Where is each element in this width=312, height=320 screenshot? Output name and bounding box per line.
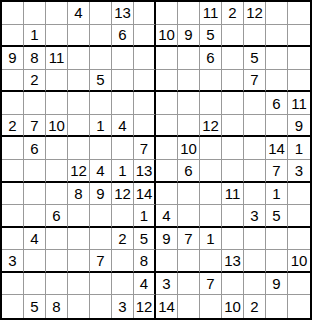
cell-r9c14[interactable] — [288, 183, 310, 206]
cell-r5c8[interactable] — [156, 92, 178, 115]
cell-r13c8[interactable]: 3 — [156, 273, 178, 296]
cell-r6c14[interactable]: 9 — [288, 115, 310, 138]
cell-r6c2[interactable]: 7 — [24, 115, 46, 138]
cell-r9c10[interactable] — [200, 183, 222, 206]
cell-r4c8[interactable] — [156, 70, 178, 93]
cell-r12c9[interactable] — [178, 250, 200, 273]
cell-r10c11[interactable] — [222, 205, 244, 228]
cell-r4c11[interactable] — [222, 70, 244, 93]
cell-r13c9[interactable] — [178, 273, 200, 296]
cell-r11c9[interactable]: 7 — [178, 228, 200, 251]
cell-r4c3[interactable] — [46, 70, 68, 93]
cell-r3c11[interactable] — [222, 47, 244, 70]
cell-r8c4[interactable]: 12 — [68, 160, 90, 183]
cell-r3c8[interactable] — [156, 47, 178, 70]
cell-r14c2[interactable]: 5 — [24, 295, 46, 318]
cell-r8c8[interactable] — [156, 160, 178, 183]
cell-r13c2[interactable] — [24, 273, 46, 296]
cell-r4c4[interactable] — [68, 70, 90, 93]
cell-r14c10[interactable] — [200, 295, 222, 318]
cell-r6c10[interactable]: 12 — [200, 115, 222, 138]
cell-r10c14[interactable] — [288, 205, 310, 228]
cell-r11c13[interactable] — [266, 228, 288, 251]
cell-r4c10[interactable] — [200, 70, 222, 93]
cell-r3c2[interactable]: 8 — [24, 47, 46, 70]
cell-r1c9[interactable] — [178, 2, 200, 25]
cell-r11c11[interactable] — [222, 228, 244, 251]
cell-r14c14[interactable] — [288, 295, 310, 318]
cell-r8c12[interactable] — [244, 160, 266, 183]
cell-r11c3[interactable] — [46, 228, 68, 251]
cell-r4c13[interactable] — [266, 70, 288, 93]
cell-r3c12[interactable]: 5 — [244, 47, 266, 70]
cell-r7c7[interactable]: 7 — [134, 137, 156, 160]
cell-r14c13[interactable] — [266, 295, 288, 318]
cell-r6c13[interactable] — [266, 115, 288, 138]
cell-r11c14[interactable] — [288, 228, 310, 251]
cell-r4c2[interactable]: 2 — [24, 70, 46, 93]
cell-r10c3[interactable]: 6 — [46, 205, 68, 228]
cell-r4c7[interactable] — [134, 70, 156, 93]
cell-r7c8[interactable] — [156, 137, 178, 160]
cell-r7c1[interactable] — [2, 137, 24, 160]
cell-r6c5[interactable]: 1 — [90, 115, 112, 138]
cell-r9c5[interactable]: 9 — [90, 183, 112, 206]
cell-r3c7[interactable] — [134, 47, 156, 70]
cell-r3c10[interactable]: 6 — [200, 47, 222, 70]
cell-r11c8[interactable]: 9 — [156, 228, 178, 251]
cell-r10c6[interactable] — [112, 205, 134, 228]
cell-r5c1[interactable] — [2, 92, 24, 115]
cell-r12c8[interactable] — [156, 250, 178, 273]
cell-r10c4[interactable] — [68, 205, 90, 228]
cell-r11c6[interactable]: 2 — [112, 228, 134, 251]
cell-r12c2[interactable] — [24, 250, 46, 273]
cell-r11c7[interactable]: 5 — [134, 228, 156, 251]
cell-r7c11[interactable] — [222, 137, 244, 160]
cell-r1c14[interactable] — [288, 2, 310, 25]
cell-r11c5[interactable] — [90, 228, 112, 251]
cell-r13c14[interactable] — [288, 273, 310, 296]
cell-r4c12[interactable]: 7 — [244, 70, 266, 93]
cell-r8c2[interactable] — [24, 160, 46, 183]
cell-r6c4[interactable] — [68, 115, 90, 138]
cell-r9c12[interactable] — [244, 183, 266, 206]
cell-r8c11[interactable] — [222, 160, 244, 183]
cell-r5c13[interactable]: 6 — [266, 92, 288, 115]
cell-r2c4[interactable] — [68, 25, 90, 48]
cell-r12c3[interactable] — [46, 250, 68, 273]
cell-r8c10[interactable] — [200, 160, 222, 183]
cell-r9c11[interactable]: 11 — [222, 183, 244, 206]
cell-r13c4[interactable] — [68, 273, 90, 296]
cell-r14c12[interactable]: 2 — [244, 295, 266, 318]
cell-r4c6[interactable] — [112, 70, 134, 93]
cell-r2c2[interactable]: 1 — [24, 25, 46, 48]
cell-r8c6[interactable]: 1 — [112, 160, 134, 183]
cell-r10c10[interactable] — [200, 205, 222, 228]
cell-r9c8[interactable] — [156, 183, 178, 206]
cell-r1c10[interactable]: 11 — [200, 2, 222, 25]
cell-r2c10[interactable]: 5 — [200, 25, 222, 48]
cell-r1c5[interactable] — [90, 2, 112, 25]
cell-r1c4[interactable]: 4 — [68, 2, 90, 25]
cell-r11c4[interactable] — [68, 228, 90, 251]
cell-r7c3[interactable] — [46, 137, 68, 160]
cell-r1c7[interactable] — [134, 2, 156, 25]
cell-r9c4[interactable]: 8 — [68, 183, 90, 206]
cell-r12c5[interactable]: 7 — [90, 250, 112, 273]
cell-r14c1[interactable] — [2, 295, 24, 318]
cell-r2c3[interactable] — [46, 25, 68, 48]
cell-r10c5[interactable] — [90, 205, 112, 228]
cell-r9c2[interactable] — [24, 183, 46, 206]
cell-r4c1[interactable] — [2, 70, 24, 93]
cell-r11c2[interactable]: 4 — [24, 228, 46, 251]
cell-r9c7[interactable]: 14 — [134, 183, 156, 206]
cell-r2c7[interactable] — [134, 25, 156, 48]
cell-r14c4[interactable] — [68, 295, 90, 318]
cell-r3c5[interactable] — [90, 47, 112, 70]
cell-r5c11[interactable] — [222, 92, 244, 115]
cell-r1c3[interactable] — [46, 2, 68, 25]
cell-r12c10[interactable] — [200, 250, 222, 273]
cell-r6c12[interactable] — [244, 115, 266, 138]
cell-r14c5[interactable] — [90, 295, 112, 318]
cell-r10c7[interactable]: 1 — [134, 205, 156, 228]
cell-r1c8[interactable] — [156, 2, 178, 25]
cell-r3c9[interactable] — [178, 47, 200, 70]
cell-r6c9[interactable] — [178, 115, 200, 138]
cell-r10c8[interactable]: 4 — [156, 205, 178, 228]
cell-r1c2[interactable] — [24, 2, 46, 25]
cell-r2c14[interactable] — [288, 25, 310, 48]
cell-r11c1[interactable] — [2, 228, 24, 251]
cell-r3c13[interactable] — [266, 47, 288, 70]
cell-r9c1[interactable] — [2, 183, 24, 206]
cell-r4c14[interactable] — [288, 70, 310, 93]
cell-r9c9[interactable] — [178, 183, 200, 206]
cell-r4c5[interactable]: 5 — [90, 70, 112, 93]
cell-r7c5[interactable] — [90, 137, 112, 160]
cell-r6c6[interactable]: 4 — [112, 115, 134, 138]
cell-r14c9[interactable] — [178, 295, 200, 318]
cell-r9c3[interactable] — [46, 183, 68, 206]
cell-r12c12[interactable] — [244, 250, 266, 273]
cell-r2c1[interactable] — [2, 25, 24, 48]
cell-r5c3[interactable] — [46, 92, 68, 115]
cell-r10c1[interactable] — [2, 205, 24, 228]
cell-r2c11[interactable] — [222, 25, 244, 48]
cell-r5c4[interactable] — [68, 92, 90, 115]
cell-r5c10[interactable] — [200, 92, 222, 115]
cell-r13c3[interactable] — [46, 273, 68, 296]
cell-r11c10[interactable]: 1 — [200, 228, 222, 251]
cell-r5c14[interactable]: 11 — [288, 92, 310, 115]
cell-r14c3[interactable]: 8 — [46, 295, 68, 318]
cell-r5c5[interactable] — [90, 92, 112, 115]
cell-r8c14[interactable]: 3 — [288, 160, 310, 183]
cell-r9c6[interactable]: 12 — [112, 183, 134, 206]
cell-r7c10[interactable] — [200, 137, 222, 160]
cell-r12c13[interactable] — [266, 250, 288, 273]
sudoku-board: 4131121216109598116525761127101412967101… — [0, 0, 312, 320]
cell-r12c4[interactable] — [68, 250, 90, 273]
cell-r5c12[interactable] — [244, 92, 266, 115]
cell-r7c6[interactable] — [112, 137, 134, 160]
cell-r3c6[interactable] — [112, 47, 134, 70]
cell-r13c12[interactable] — [244, 273, 266, 296]
cell-r3c3[interactable]: 11 — [46, 47, 68, 70]
cell-r1c11[interactable]: 2 — [222, 2, 244, 25]
cell-r14c8[interactable]: 14 — [156, 295, 178, 318]
cell-r2c12[interactable] — [244, 25, 266, 48]
cell-r2c6[interactable]: 6 — [112, 25, 134, 48]
cell-r7c13[interactable]: 14 — [266, 137, 288, 160]
cell-r1c1[interactable] — [2, 2, 24, 25]
cell-r10c12[interactable]: 3 — [244, 205, 266, 228]
cell-r3c14[interactable] — [288, 47, 310, 70]
cell-r4c9[interactable] — [178, 70, 200, 93]
cell-r5c6[interactable] — [112, 92, 134, 115]
cell-r10c2[interactable] — [24, 205, 46, 228]
cell-r14c6[interactable]: 3 — [112, 295, 134, 318]
cell-r3c1[interactable]: 9 — [2, 47, 24, 70]
cell-r2c13[interactable] — [266, 25, 288, 48]
cell-r6c7[interactable] — [134, 115, 156, 138]
cell-r13c11[interactable] — [222, 273, 244, 296]
cell-r7c4[interactable] — [68, 137, 90, 160]
cell-r6c8[interactable] — [156, 115, 178, 138]
cell-r14c7[interactable]: 12 — [134, 295, 156, 318]
cell-r13c7[interactable]: 4 — [134, 273, 156, 296]
cell-r7c9[interactable]: 10 — [178, 137, 200, 160]
cell-r5c2[interactable] — [24, 92, 46, 115]
cell-r6c3[interactable]: 10 — [46, 115, 68, 138]
cell-r2c5[interactable] — [90, 25, 112, 48]
cell-r12c14[interactable]: 10 — [288, 250, 310, 273]
cell-r9c13[interactable]: 1 — [266, 183, 288, 206]
cell-r13c5[interactable] — [90, 273, 112, 296]
cell-r7c12[interactable] — [244, 137, 266, 160]
cell-r12c11[interactable]: 13 — [222, 250, 244, 273]
cell-r13c1[interactable] — [2, 273, 24, 296]
cell-r1c12[interactable]: 12 — [244, 2, 266, 25]
cell-r2c8[interactable]: 10 — [156, 25, 178, 48]
cell-r1c6[interactable]: 13 — [112, 2, 134, 25]
cell-r5c7[interactable] — [134, 92, 156, 115]
cell-r10c9[interactable] — [178, 205, 200, 228]
cell-r8c9[interactable]: 6 — [178, 160, 200, 183]
cell-r7c2[interactable]: 6 — [24, 137, 46, 160]
cell-r13c10[interactable]: 7 — [200, 273, 222, 296]
cell-r7c14[interactable]: 1 — [288, 137, 310, 160]
cell-r8c3[interactable] — [46, 160, 68, 183]
cell-r13c6[interactable] — [112, 273, 134, 296]
cell-r6c11[interactable] — [222, 115, 244, 138]
cell-r8c5[interactable]: 4 — [90, 160, 112, 183]
cell-r8c13[interactable]: 7 — [266, 160, 288, 183]
cell-r13c13[interactable]: 9 — [266, 273, 288, 296]
cell-r12c1[interactable]: 3 — [2, 250, 24, 273]
cell-r12c6[interactable] — [112, 250, 134, 273]
cell-r12c7[interactable]: 8 — [134, 250, 156, 273]
cell-r6c1[interactable]: 2 — [2, 115, 24, 138]
cell-r5c9[interactable] — [178, 92, 200, 115]
cell-r11c12[interactable] — [244, 228, 266, 251]
cell-r10c13[interactable]: 5 — [266, 205, 288, 228]
cell-r8c1[interactable] — [2, 160, 24, 183]
cell-r8c7[interactable]: 13 — [134, 160, 156, 183]
cell-r14c11[interactable]: 10 — [222, 295, 244, 318]
cell-r3c4[interactable] — [68, 47, 90, 70]
cell-r1c13[interactable] — [266, 2, 288, 25]
cell-r2c9[interactable]: 9 — [178, 25, 200, 48]
